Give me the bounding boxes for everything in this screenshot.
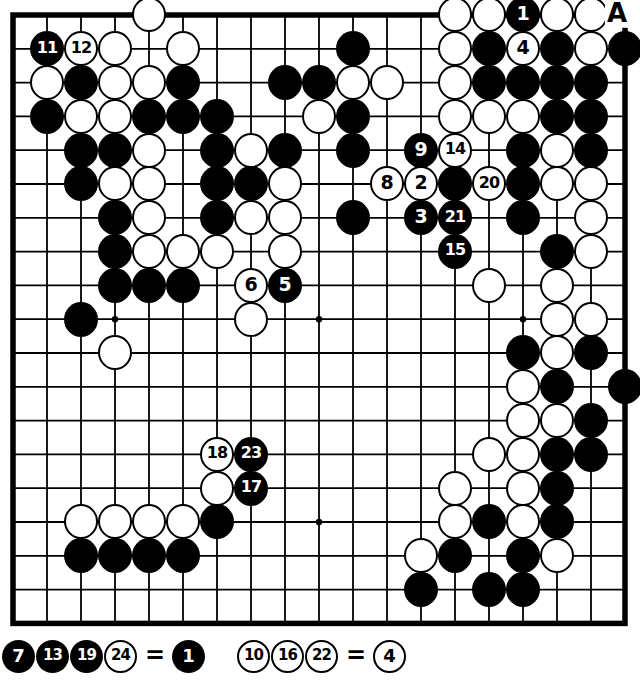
board-point-10-1: [336, 32, 370, 66]
stone-black: [268, 65, 302, 100]
board-point-14-1: [472, 32, 506, 66]
stone-black: [64, 133, 98, 168]
stone-white: [98, 99, 132, 134]
board-point-3-1: [98, 32, 132, 66]
board-point-15-5: [506, 167, 540, 201]
move-number: 18: [207, 445, 227, 461]
stone-black: [438, 166, 472, 201]
stone-white: [132, 504, 166, 539]
stone-white-move-10: 10: [237, 640, 270, 673]
board-point-15-4: [506, 133, 540, 167]
stone-white: [438, 65, 472, 100]
board-point-2-1: 12: [64, 32, 98, 66]
stone-white: [438, 31, 472, 66]
move-number: 1: [182, 647, 195, 665]
stone-white: [574, 166, 608, 201]
board-point-16-4: [540, 133, 574, 167]
board-point-8-5: [268, 167, 302, 201]
stone-black: [268, 133, 302, 168]
stone-black: [200, 200, 234, 235]
board-point-17-12: [574, 404, 608, 438]
board-point-17-5: [574, 167, 608, 201]
stone-white: [540, 166, 574, 201]
stone-white-move-18: 18: [200, 437, 234, 472]
stone-black: [404, 572, 438, 607]
stone-white-move-16: 16: [271, 640, 304, 673]
stone-white: [438, 471, 472, 506]
board-point-13-16: [438, 539, 472, 573]
stone-white: [540, 268, 574, 303]
board-point-12-16: [404, 539, 438, 573]
stone-black: [64, 65, 98, 100]
stone-black: [64, 538, 98, 573]
stone-white: [200, 471, 234, 506]
move-number: 13: [43, 648, 62, 663]
board-point-13-1: [438, 32, 472, 66]
stone-white: [132, 200, 166, 235]
board-point-17-6: [574, 201, 608, 235]
stone-white-move-20: 20: [472, 166, 506, 201]
stone-black: [574, 99, 608, 134]
board-point-18-11: [608, 370, 640, 404]
stone-black: [438, 538, 472, 573]
stone-white-move-4: 4: [506, 31, 540, 66]
move-number: 22: [312, 648, 331, 663]
stone-black: [98, 200, 132, 235]
board-point-15-15: [506, 505, 540, 539]
stone-black: [540, 99, 574, 134]
board-point-4-6: [132, 201, 166, 235]
board-point-4-5: [132, 167, 166, 201]
board-point-14-2: [472, 66, 506, 100]
stone-black: [540, 31, 574, 66]
stone-black: [336, 133, 370, 168]
move-number: 2: [414, 173, 427, 192]
board-point-13-3: [438, 99, 472, 133]
stone-white: [574, 302, 608, 337]
board-point-8-6: [268, 201, 302, 235]
board-point-16-15: [540, 505, 574, 539]
stone-white: [64, 504, 98, 539]
board-point-8-8: 5: [268, 268, 302, 302]
stone-white: [506, 403, 540, 438]
board-point-6-13: 18: [200, 437, 234, 471]
board-point-3-2: [98, 66, 132, 100]
board-point-2-3: [64, 99, 98, 133]
board-point-8-7: [268, 235, 302, 269]
stone-white: [166, 31, 200, 66]
stone-black: [302, 65, 336, 100]
stone-white: [540, 403, 574, 438]
board-point-15-0: 1: [506, 0, 540, 32]
stone-white: [132, 234, 166, 269]
stone-white: [98, 31, 132, 66]
board-point-17-3: [574, 99, 608, 133]
board-point-3-7: [98, 235, 132, 269]
board-point-4-2: [132, 66, 166, 100]
board-point-12-6: 3: [404, 201, 438, 235]
board-point-10-3: [336, 99, 370, 133]
stone-white-move-24: 24: [104, 640, 137, 673]
stone-black-move-15: 15: [438, 234, 472, 269]
stone-white: [200, 234, 234, 269]
stone-black: [472, 31, 506, 66]
stone-white: [540, 335, 574, 370]
board-point-6-3: [200, 99, 234, 133]
caption-black-ko-moves: 7131924=1: [2, 640, 206, 674]
stone-white: [506, 99, 540, 134]
board-point-13-2: [438, 66, 472, 100]
stone-black: [200, 166, 234, 201]
board-point-12-4: 9: [404, 133, 438, 167]
stone-white: [472, 268, 506, 303]
board-point-15-13: [506, 437, 540, 471]
board-point-17-1: [574, 32, 608, 66]
stone-white: [438, 504, 472, 539]
board-point-5-15: [166, 505, 200, 539]
move-number: 8: [380, 173, 393, 192]
stone-white: [540, 0, 574, 32]
stone-black: [608, 369, 640, 404]
board-point-9-3: [302, 99, 336, 133]
stone-white: [472, 0, 506, 32]
move-number: 19: [77, 648, 96, 663]
stone-white: [268, 200, 302, 235]
board-point-16-13: [540, 437, 574, 471]
board-point-14-3: [472, 99, 506, 133]
board-point-15-14: [506, 471, 540, 505]
stone-black-move-1: 1: [506, 0, 540, 32]
board-point-16-0: [540, 0, 574, 32]
stone-black: [30, 99, 64, 134]
stone-white: [132, 133, 166, 168]
stone-white-move-8: 8: [370, 166, 404, 201]
board-point-8-4: [268, 133, 302, 167]
move-number: 23: [241, 445, 261, 461]
stone-white: [64, 99, 98, 134]
board-point-14-5: 20: [472, 167, 506, 201]
stone-white-move-6: 6: [234, 268, 268, 303]
stone-black-move-3: 3: [404, 200, 438, 235]
stone-black: [540, 234, 574, 269]
stone-black: [540, 437, 574, 472]
board-point-3-6: [98, 201, 132, 235]
board-point-16-8: [540, 268, 574, 302]
board-point-16-9: [540, 302, 574, 336]
board-point-17-10: [574, 336, 608, 370]
stone-white: [166, 234, 200, 269]
stone-black: [200, 133, 234, 168]
stone-white: [540, 538, 574, 573]
stone-black: [200, 504, 234, 539]
stone-black: [540, 471, 574, 506]
board-point-4-15: [132, 505, 166, 539]
stone-black: [166, 99, 200, 134]
stone-black: [166, 538, 200, 573]
board-point-14-8: [472, 268, 506, 302]
equals-sign: =: [346, 641, 366, 669]
board-point-1-2: [30, 66, 64, 100]
stone-white-move-22: 22: [305, 640, 338, 673]
board-point-13-14: [438, 471, 472, 505]
board-point-15-1: 4: [506, 32, 540, 66]
stone-white: [506, 437, 540, 472]
board-point-2-16: [64, 539, 98, 573]
stone-white: [336, 65, 370, 100]
move-number: 6: [244, 275, 257, 294]
move-number: 4: [383, 647, 396, 665]
stone-black: [574, 437, 608, 472]
stone-white: [234, 302, 268, 337]
move-number: 21: [445, 209, 465, 225]
go-board: 11112491482203211565182317: [0, 0, 640, 640]
stone-black: [506, 133, 540, 168]
stone-white: [506, 471, 540, 506]
move-number: 16: [278, 648, 297, 663]
board-point-2-15: [64, 505, 98, 539]
board-point-4-16: [132, 539, 166, 573]
stone-black: [98, 268, 132, 303]
board-point-16-14: [540, 471, 574, 505]
board-point-7-8: 6: [234, 268, 268, 302]
board-point-2-9: [64, 302, 98, 336]
board-point-15-3: [506, 99, 540, 133]
board-point-3-15: [98, 505, 132, 539]
board-point-2-5: [64, 167, 98, 201]
board-point-15-16: [506, 539, 540, 573]
stone-black-move-19: 19: [70, 640, 103, 673]
stone-black: [540, 65, 574, 100]
stone-white: [98, 65, 132, 100]
board-point-13-5: [438, 167, 472, 201]
board-point-16-5: [540, 167, 574, 201]
board-point-6-15: [200, 505, 234, 539]
stone-white: [268, 166, 302, 201]
move-number: 7: [12, 647, 25, 665]
stone-black: [336, 200, 370, 235]
stone-black-move-7: 7: [2, 640, 35, 673]
board-point-3-5: [98, 167, 132, 201]
board-point-10-2: [336, 66, 370, 100]
stone-white-move-12: 12: [64, 31, 98, 66]
board-point-15-10: [506, 336, 540, 370]
board-point-8-2: [268, 66, 302, 100]
stone-black-move-11: 11: [30, 31, 64, 66]
stone-black: [574, 65, 608, 100]
stone-black: [132, 538, 166, 573]
move-number: 11: [37, 40, 57, 56]
board-point-16-10: [540, 336, 574, 370]
move-number: 17: [241, 479, 261, 495]
stone-white: [98, 166, 132, 201]
board-point-16-12: [540, 404, 574, 438]
board-point-16-3: [540, 99, 574, 133]
board-point-18-1: [608, 32, 640, 66]
board-point-3-10: [98, 336, 132, 370]
board-point-15-17: [506, 573, 540, 607]
stone-black: [472, 65, 506, 100]
stone-black-move-13: 13: [36, 640, 69, 673]
stone-white: [98, 335, 132, 370]
stone-black: [506, 200, 540, 235]
stone-black: [472, 572, 506, 607]
board-point-14-0: [472, 0, 506, 32]
stone-white: [472, 99, 506, 134]
board-point-4-8: [132, 268, 166, 302]
stone-black: [506, 572, 540, 607]
board-point-6-7: [200, 235, 234, 269]
board-point-6-5: [200, 167, 234, 201]
stone-black: [98, 234, 132, 269]
stone-white: [540, 302, 574, 337]
stone-white: [370, 65, 404, 100]
board-point-5-7: [166, 235, 200, 269]
stone-white: [574, 200, 608, 235]
board-point-6-6: [200, 201, 234, 235]
stone-black: [506, 65, 540, 100]
board-point-4-4: [132, 133, 166, 167]
stone-black-move-21: 21: [438, 200, 472, 235]
board-point-16-11: [540, 370, 574, 404]
board-point-10-6: [336, 201, 370, 235]
stone-white: [166, 504, 200, 539]
stone-white: [132, 166, 166, 201]
stone-black: [98, 133, 132, 168]
board-point-14-15: [472, 505, 506, 539]
stone-white: [438, 0, 472, 32]
board-point-16-7: [540, 235, 574, 269]
board-point-7-6: [234, 201, 268, 235]
board-point-10-4: [336, 133, 370, 167]
stone-black-move-23: 23: [234, 437, 268, 472]
stone-white: [438, 99, 472, 134]
board-point-1-3: [30, 99, 64, 133]
stone-white-move-14: 14: [438, 133, 472, 168]
board-point-17-13: [574, 437, 608, 471]
board-point-15-11: [506, 370, 540, 404]
stone-black: [574, 335, 608, 370]
stone-black: [166, 268, 200, 303]
board-point-9-2: [302, 66, 336, 100]
stone-black: [540, 369, 574, 404]
stone-black: [506, 538, 540, 573]
board-point-15-6: [506, 201, 540, 235]
stone-white: [506, 369, 540, 404]
board-point-3-4: [98, 133, 132, 167]
board-point-15-2: [506, 66, 540, 100]
board-point-16-2: [540, 66, 574, 100]
board-point-3-8: [98, 268, 132, 302]
move-number: 3: [414, 207, 427, 226]
move-number: 24: [111, 648, 130, 663]
stone-white: [30, 65, 64, 100]
board-point-2-4: [64, 133, 98, 167]
stone-black: [234, 166, 268, 201]
move-number: 9: [414, 140, 427, 159]
stone-black: [132, 268, 166, 303]
board-point-13-7: 15: [438, 235, 472, 269]
board-point-5-2: [166, 66, 200, 100]
move-number: 15: [445, 242, 465, 258]
move-number: 1: [516, 4, 529, 23]
stone-black-move-5: 5: [268, 268, 302, 303]
board-point-16-1: [540, 32, 574, 66]
move-number: 4: [516, 38, 529, 57]
move-number: 14: [445, 141, 465, 157]
board-point-7-9: [234, 302, 268, 336]
board-point-7-4: [234, 133, 268, 167]
board-point-17-0: [574, 0, 608, 32]
stone-black-move-17: 17: [234, 471, 268, 506]
board-point-1-1: 11: [30, 32, 64, 66]
caption-white-ko-moves: 101622=4: [237, 640, 407, 674]
board-point-17-2: [574, 66, 608, 100]
stone-black: [574, 133, 608, 168]
board-point-5-8: [166, 268, 200, 302]
stone-white: [234, 200, 268, 235]
board-point-17-4: [574, 133, 608, 167]
stone-white: [574, 0, 608, 32]
board-point-14-13: [472, 437, 506, 471]
board-point-12-5: 2: [404, 167, 438, 201]
board-point-4-0: [132, 0, 166, 32]
move-number: 12: [71, 40, 91, 56]
board-point-4-3: [132, 99, 166, 133]
board-point-17-7: [574, 235, 608, 269]
stone-black: [574, 403, 608, 438]
board-point-4-7: [132, 235, 166, 269]
stone-black: [336, 99, 370, 134]
board-point-16-16: [540, 539, 574, 573]
move-number: 5: [278, 275, 291, 294]
stone-white: [268, 234, 302, 269]
stone-white: [132, 0, 166, 32]
move-number: 20: [479, 175, 499, 191]
board-point-5-16: [166, 539, 200, 573]
board-point-15-12: [506, 404, 540, 438]
board-point-7-5: [234, 167, 268, 201]
stone-black: [540, 504, 574, 539]
stone-black: [64, 302, 98, 337]
stone-white: [472, 437, 506, 472]
board-point-2-2: [64, 66, 98, 100]
stone-white: [574, 31, 608, 66]
board-point-5-1: [166, 32, 200, 66]
move-number: 10: [244, 648, 263, 663]
point-label-a: A: [605, 0, 629, 28]
stone-black-move-9: 9: [404, 133, 438, 168]
stone-white: [302, 99, 336, 134]
board-point-6-4: [200, 133, 234, 167]
stone-black: [506, 166, 540, 201]
stone-black: [166, 65, 200, 100]
board-point-13-15: [438, 505, 472, 539]
board-point-5-3: [166, 99, 200, 133]
board-point-7-14: 17: [234, 471, 268, 505]
stone-black: [506, 335, 540, 370]
stone-white: [574, 234, 608, 269]
board-point-11-5: 8: [370, 167, 404, 201]
stone-black: [132, 99, 166, 134]
stone-black: [64, 166, 98, 201]
stone-white: [506, 504, 540, 539]
stone-white: [98, 504, 132, 539]
stone-black: [98, 538, 132, 573]
stone-white: [540, 133, 574, 168]
board-point-3-16: [98, 539, 132, 573]
stone-white: [132, 65, 166, 100]
board-point-11-2: [370, 66, 404, 100]
